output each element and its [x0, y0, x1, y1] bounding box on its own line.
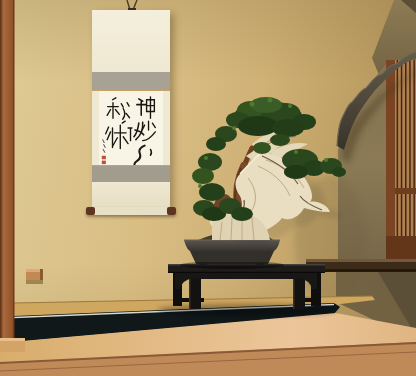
bonsai-display — [0, 0, 416, 376]
stand-apron — [175, 273, 317, 279]
tokonoma-scene — [0, 0, 416, 376]
pot-rim — [184, 240, 280, 251]
stand-floor-shadow — [157, 304, 337, 316]
display-stand — [168, 264, 325, 309]
